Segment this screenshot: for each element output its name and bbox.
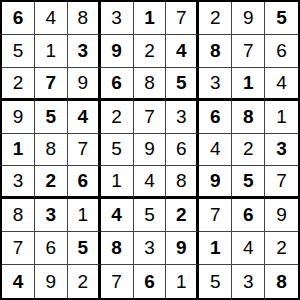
cell-r2c6: 4 (166, 35, 199, 68)
sudoku-board: 6483172955139248762796853149542736811875… (0, 0, 300, 300)
cell-r3c2: 7 (35, 68, 68, 101)
cell-r5c5: 9 (134, 134, 167, 167)
cell-r4c2: 5 (35, 101, 68, 134)
cell-r5c3: 7 (68, 134, 101, 167)
cell-r9c1: 4 (2, 265, 35, 298)
cell-r4c9: 1 (265, 101, 298, 134)
cell-r7c4: 4 (101, 199, 134, 232)
cell-r4c4: 2 (101, 101, 134, 134)
cell-r6c1: 3 (2, 166, 35, 199)
cell-r1c4: 3 (101, 2, 134, 35)
cell-r3c3: 9 (68, 68, 101, 101)
cell-r3c4: 6 (101, 68, 134, 101)
cell-r4c8: 8 (232, 101, 265, 134)
cell-r4c6: 3 (166, 101, 199, 134)
cell-r1c9: 5 (265, 2, 298, 35)
cell-r5c4: 5 (101, 134, 134, 167)
cell-r9c8: 3 (232, 265, 265, 298)
cell-r7c8: 6 (232, 199, 265, 232)
cell-r3c1: 2 (2, 68, 35, 101)
cell-r6c9: 7 (265, 166, 298, 199)
cell-r8c4: 8 (101, 232, 134, 265)
cell-r3c8: 1 (232, 68, 265, 101)
cell-r4c1: 9 (2, 101, 35, 134)
cell-r8c1: 7 (2, 232, 35, 265)
cell-r7c3: 1 (68, 199, 101, 232)
cell-r2c8: 7 (232, 35, 265, 68)
cell-r3c7: 3 (199, 68, 232, 101)
cell-r8c5: 3 (134, 232, 167, 265)
cell-r4c5: 7 (134, 101, 167, 134)
cell-r5c2: 8 (35, 134, 68, 167)
cell-r4c7: 6 (199, 101, 232, 134)
cell-r4c3: 4 (68, 101, 101, 134)
cell-r9c5: 6 (134, 265, 167, 298)
cell-r1c8: 9 (232, 2, 265, 35)
cell-r1c6: 7 (166, 2, 199, 35)
cell-r5c6: 6 (166, 134, 199, 167)
cell-r6c2: 2 (35, 166, 68, 199)
cell-r8c3: 5 (68, 232, 101, 265)
cell-r2c4: 9 (101, 35, 134, 68)
cell-r8c7: 1 (199, 232, 232, 265)
cell-r5c9: 3 (265, 134, 298, 167)
cell-r9c4: 7 (101, 265, 134, 298)
cell-r7c2: 3 (35, 199, 68, 232)
cell-r7c1: 8 (2, 199, 35, 232)
cell-r6c4: 1 (101, 166, 134, 199)
cell-r6c7: 9 (199, 166, 232, 199)
cell-r2c9: 6 (265, 35, 298, 68)
cell-r3c5: 8 (134, 68, 167, 101)
cell-r5c1: 1 (2, 134, 35, 167)
cell-r2c2: 1 (35, 35, 68, 68)
cell-r1c7: 2 (199, 2, 232, 35)
cell-r8c6: 9 (166, 232, 199, 265)
cell-r3c6: 5 (166, 68, 199, 101)
cell-r8c9: 2 (265, 232, 298, 265)
cell-r6c5: 4 (134, 166, 167, 199)
cell-r2c1: 5 (2, 35, 35, 68)
cell-r8c8: 4 (232, 232, 265, 265)
cell-r2c5: 2 (134, 35, 167, 68)
cell-r7c9: 9 (265, 199, 298, 232)
cell-r5c8: 2 (232, 134, 265, 167)
cell-r8c2: 6 (35, 232, 68, 265)
cell-r9c7: 5 (199, 265, 232, 298)
cell-r6c6: 8 (166, 166, 199, 199)
cell-r9c9: 8 (265, 265, 298, 298)
cell-r6c8: 5 (232, 166, 265, 199)
cell-r9c3: 2 (68, 265, 101, 298)
cell-r7c5: 5 (134, 199, 167, 232)
cell-r1c5: 1 (134, 2, 167, 35)
cell-r9c2: 9 (35, 265, 68, 298)
cell-r9c6: 1 (166, 265, 199, 298)
cell-r1c1: 6 (2, 2, 35, 35)
cell-r2c7: 8 (199, 35, 232, 68)
cell-r3c9: 4 (265, 68, 298, 101)
cell-r7c6: 2 (166, 199, 199, 232)
cell-r5c7: 4 (199, 134, 232, 167)
cell-r1c3: 8 (68, 2, 101, 35)
cell-r1c2: 4 (35, 2, 68, 35)
cell-r2c3: 3 (68, 35, 101, 68)
cell-r7c7: 7 (199, 199, 232, 232)
cell-r6c3: 6 (68, 166, 101, 199)
